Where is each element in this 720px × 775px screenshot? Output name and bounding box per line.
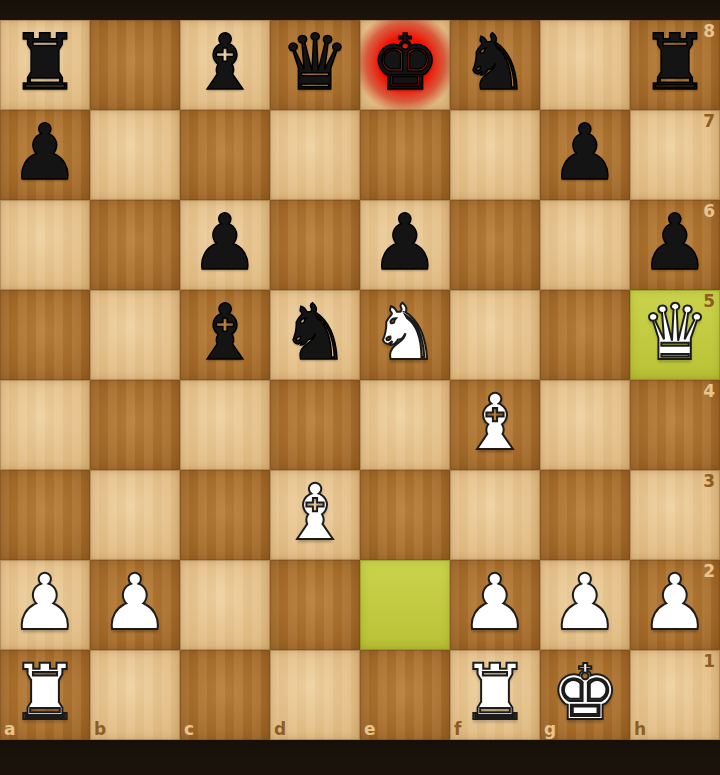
- square-d2[interactable]: [270, 560, 360, 650]
- piece-white-pawn[interactable]: ♟: [640, 564, 709, 641]
- square-e8[interactable]: ♚: [360, 20, 450, 110]
- square-c4[interactable]: [180, 380, 270, 470]
- square-b2[interactable]: ♟: [90, 560, 180, 650]
- square-c3[interactable]: [180, 470, 270, 560]
- square-d7[interactable]: [270, 110, 360, 200]
- piece-black-pawn[interactable]: ♟: [370, 204, 439, 281]
- chess-board: ♜♝♛♚♞♜8♟♟7♟♟♟6♝♞♞♛5♝4♝3♟♟♟♟♟2♜abcde♜f♚g1…: [0, 20, 720, 740]
- rank-label-4: 4: [703, 383, 715, 400]
- file-label-f: f: [454, 721, 461, 738]
- square-a8[interactable]: ♜: [0, 20, 90, 110]
- square-d6[interactable]: [270, 200, 360, 290]
- square-h2[interactable]: ♟2: [630, 560, 720, 650]
- piece-black-king[interactable]: ♚: [370, 24, 439, 101]
- piece-black-pawn[interactable]: ♟: [640, 204, 709, 281]
- piece-black-knight[interactable]: ♞: [460, 24, 529, 101]
- square-a3[interactable]: [0, 470, 90, 560]
- square-e1[interactable]: e: [360, 650, 450, 740]
- square-e6[interactable]: ♟: [360, 200, 450, 290]
- piece-white-pawn[interactable]: ♟: [460, 564, 529, 641]
- square-h5[interactable]: ♛5: [630, 290, 720, 380]
- rank-label-1: 1: [703, 653, 715, 670]
- square-c1[interactable]: c: [180, 650, 270, 740]
- square-g4[interactable]: [540, 380, 630, 470]
- file-label-b: b: [94, 721, 106, 738]
- square-e7[interactable]: [360, 110, 450, 200]
- square-h8[interactable]: ♜8: [630, 20, 720, 110]
- file-label-g: g: [544, 721, 556, 738]
- rank-label-8: 8: [703, 23, 715, 40]
- square-b6[interactable]: [90, 200, 180, 290]
- square-f1[interactable]: ♜f: [450, 650, 540, 740]
- square-c6[interactable]: ♟: [180, 200, 270, 290]
- square-b1[interactable]: b: [90, 650, 180, 740]
- piece-white-bishop[interactable]: ♝: [280, 474, 349, 551]
- square-d3[interactable]: ♝: [270, 470, 360, 560]
- piece-white-queen[interactable]: ♛: [640, 294, 709, 371]
- piece-black-pawn[interactable]: ♟: [10, 114, 79, 191]
- piece-black-rook[interactable]: ♜: [640, 24, 709, 101]
- chess-app: ♜♝♛♚♞♜8♟♟7♟♟♟6♝♞♞♛5♝4♝3♟♟♟♟♟2♜abcde♜f♚g1…: [0, 0, 720, 775]
- piece-black-rook[interactable]: ♜: [10, 24, 79, 101]
- square-d1[interactable]: d: [270, 650, 360, 740]
- square-a7[interactable]: ♟: [0, 110, 90, 200]
- rank-label-5: 5: [703, 293, 715, 310]
- piece-black-queen[interactable]: ♛: [280, 24, 349, 101]
- piece-white-knight[interactable]: ♞: [370, 294, 439, 371]
- square-b8[interactable]: [90, 20, 180, 110]
- piece-white-bishop[interactable]: ♝: [460, 384, 529, 461]
- square-b3[interactable]: [90, 470, 180, 560]
- square-g7[interactable]: ♟: [540, 110, 630, 200]
- square-f8[interactable]: ♞: [450, 20, 540, 110]
- piece-white-pawn[interactable]: ♟: [100, 564, 169, 641]
- rank-label-7: 7: [703, 113, 715, 130]
- piece-white-rook[interactable]: ♜: [460, 654, 529, 731]
- piece-black-pawn[interactable]: ♟: [190, 204, 259, 281]
- square-e3[interactable]: [360, 470, 450, 560]
- top-frame-bar: [0, 0, 720, 20]
- square-b4[interactable]: [90, 380, 180, 470]
- square-f3[interactable]: [450, 470, 540, 560]
- square-f7[interactable]: [450, 110, 540, 200]
- square-g3[interactable]: [540, 470, 630, 560]
- square-a4[interactable]: [0, 380, 90, 470]
- square-a1[interactable]: ♜a: [0, 650, 90, 740]
- square-b5[interactable]: [90, 290, 180, 380]
- square-a5[interactable]: [0, 290, 90, 380]
- piece-black-pawn[interactable]: ♟: [550, 114, 619, 191]
- square-d5[interactable]: ♞: [270, 290, 360, 380]
- square-f6[interactable]: [450, 200, 540, 290]
- rank-label-3: 3: [703, 473, 715, 490]
- piece-white-pawn[interactable]: ♟: [550, 564, 619, 641]
- square-g8[interactable]: [540, 20, 630, 110]
- square-c7[interactable]: [180, 110, 270, 200]
- square-g1[interactable]: ♚g: [540, 650, 630, 740]
- square-h4[interactable]: 4: [630, 380, 720, 470]
- square-d8[interactable]: ♛: [270, 20, 360, 110]
- piece-black-knight[interactable]: ♞: [280, 294, 349, 371]
- rank-label-6: 6: [703, 203, 715, 220]
- square-c2[interactable]: [180, 560, 270, 650]
- square-h6[interactable]: ♟6: [630, 200, 720, 290]
- piece-white-rook[interactable]: ♜: [10, 654, 79, 731]
- piece-white-pawn[interactable]: ♟: [10, 564, 79, 641]
- square-h3[interactable]: 3: [630, 470, 720, 560]
- square-f4[interactable]: ♝: [450, 380, 540, 470]
- file-label-c: c: [184, 721, 194, 738]
- square-a6[interactable]: [0, 200, 90, 290]
- piece-white-king[interactable]: ♚: [550, 654, 619, 731]
- square-e4[interactable]: [360, 380, 450, 470]
- file-label-a: a: [4, 721, 15, 738]
- square-b7[interactable]: [90, 110, 180, 200]
- square-c5[interactable]: ♝: [180, 290, 270, 380]
- square-g5[interactable]: [540, 290, 630, 380]
- square-c8[interactable]: ♝: [180, 20, 270, 110]
- piece-black-bishop[interactable]: ♝: [190, 24, 259, 101]
- bottom-frame-bar: [0, 740, 720, 775]
- square-e5[interactable]: ♞: [360, 290, 450, 380]
- square-f2[interactable]: ♟: [450, 560, 540, 650]
- square-g6[interactable]: [540, 200, 630, 290]
- square-f5[interactable]: [450, 290, 540, 380]
- square-e2[interactable]: [360, 560, 450, 650]
- square-h7[interactable]: 7: [630, 110, 720, 200]
- square-h1[interactable]: 1h: [630, 650, 720, 740]
- rank-label-2: 2: [703, 563, 715, 580]
- file-label-e: e: [364, 721, 376, 738]
- piece-black-bishop[interactable]: ♝: [190, 294, 259, 371]
- square-d4[interactable]: [270, 380, 360, 470]
- square-g2[interactable]: ♟: [540, 560, 630, 650]
- square-a2[interactable]: ♟: [0, 560, 90, 650]
- file-label-h: h: [634, 721, 646, 738]
- file-label-d: d: [274, 721, 286, 738]
